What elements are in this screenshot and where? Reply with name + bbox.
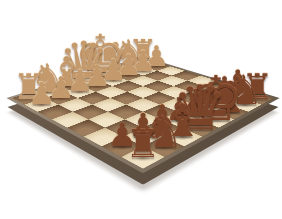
chess-set-photo: ♜♞♟♝♟♚♟♛♟♝♟♞♟♟♜♟♟♜♟♟♞♟♝♟♚♟♛♟♝♟♞♜ — [0, 0, 282, 219]
piece-white-pawn: ♟ — [28, 79, 55, 109]
piece-black-rook: ♜ — [126, 125, 161, 164]
pieces-layer: ♜♞♟♝♟♚♟♛♟♝♟♞♟♟♜♟♟♜♟♟♞♟♝♟♚♟♛♟♝♟♞♜ — [0, 0, 282, 219]
